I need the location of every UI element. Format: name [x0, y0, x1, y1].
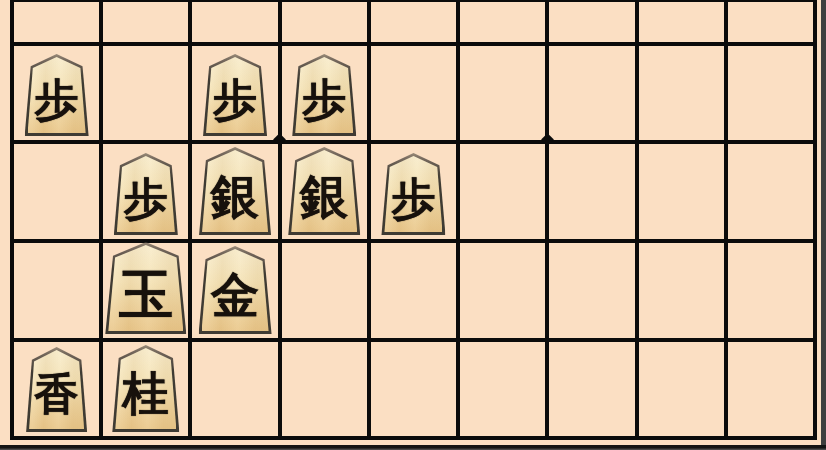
board-square-9h[interactable]: [14, 243, 99, 338]
board-square-9g[interactable]: [14, 144, 99, 239]
piece-pawn-9f[interactable]: 歩: [25, 54, 89, 136]
board-square-7f[interactable]: 歩: [192, 46, 277, 140]
piece-kanji-pawn: 歩: [302, 78, 346, 122]
piece-face: 銀: [291, 150, 357, 232]
board-square-1e[interactable]: [728, 2, 813, 42]
piece-king-8h[interactable]: 玉: [105, 242, 186, 334]
shogi-app-screen: 歩歩歩歩銀銀歩玉金香桂: [0, 0, 826, 450]
piece-kanji-king: 玉: [119, 267, 173, 321]
board-square-8i[interactable]: 桂: [103, 342, 188, 436]
piece-kanji-gold: 金: [211, 271, 259, 319]
piece-kanji-pawn: 歩: [391, 177, 435, 221]
piece-face: 金: [202, 249, 269, 331]
piece-face: 歩: [28, 57, 86, 133]
board-square-8e[interactable]: [103, 2, 188, 42]
piece-silver-6g[interactable]: 銀: [288, 147, 360, 235]
board-square-2f[interactable]: [639, 46, 724, 140]
board-square-7g[interactable]: 銀: [192, 144, 277, 239]
piece-face: 銀: [202, 150, 268, 232]
board-square-9i[interactable]: 香: [14, 342, 99, 436]
board-square-2g[interactable]: [639, 144, 724, 239]
piece-lance-9i[interactable]: 香: [26, 347, 87, 432]
piece-face: 歩: [384, 156, 442, 232]
board-square-3h[interactable]: [549, 243, 634, 338]
piece-face: 玉: [108, 245, 183, 331]
board-square-5f[interactable]: [371, 46, 456, 140]
piece-kanji-lance: 香: [35, 372, 79, 416]
board-square-6e[interactable]: [282, 2, 367, 42]
board-square-9e[interactable]: [14, 2, 99, 42]
board-square-7i[interactable]: [192, 342, 277, 436]
board-square-8g[interactable]: 歩: [103, 144, 188, 239]
piece-face: 歩: [117, 156, 175, 232]
piece-face: 桂: [115, 348, 176, 429]
board-square-6f[interactable]: 歩: [282, 46, 367, 140]
board-square-3i[interactable]: [549, 342, 634, 436]
piece-kanji-pawn: 歩: [124, 177, 168, 221]
window-edge-bottom: [0, 445, 826, 450]
piece-face: 歩: [206, 57, 264, 133]
shogi-board: 歩歩歩歩銀銀歩玉金香桂: [10, 0, 817, 440]
board-square-2h[interactable]: [639, 243, 724, 338]
board-square-1f[interactable]: [728, 46, 813, 140]
piece-kanji-silver: 銀: [300, 172, 348, 220]
board-square-3e[interactable]: [549, 2, 634, 42]
board-square-5i[interactable]: [371, 342, 456, 436]
board-square-8f[interactable]: [103, 46, 188, 140]
piece-kanji-pawn: 歩: [35, 78, 79, 122]
board-square-2e[interactable]: [639, 2, 724, 42]
window-edge-right: [821, 0, 826, 450]
board-square-3f[interactable]: [549, 46, 634, 140]
board-square-5e[interactable]: [371, 2, 456, 42]
board-square-1i[interactable]: [728, 342, 813, 436]
piece-pawn-8g[interactable]: 歩: [114, 153, 178, 235]
board-square-5g[interactable]: 歩: [371, 144, 456, 239]
piece-pawn-7f[interactable]: 歩: [203, 54, 267, 136]
piece-pawn-6f[interactable]: 歩: [292, 54, 356, 136]
board-square-7e[interactable]: [192, 2, 277, 42]
board-square-4i[interactable]: [460, 342, 545, 436]
board-square-7h[interactable]: 金: [192, 243, 277, 338]
piece-kanji-knight: 桂: [123, 370, 169, 416]
piece-knight-8i[interactable]: 桂: [112, 345, 179, 432]
piece-kanji-silver: 銀: [211, 172, 259, 220]
board-square-4g[interactable]: [460, 144, 545, 239]
board-square-6i[interactable]: [282, 342, 367, 436]
board-square-3g[interactable]: [549, 144, 634, 239]
piece-silver-7g[interactable]: 銀: [199, 147, 271, 235]
board-square-6g[interactable]: 銀: [282, 144, 367, 239]
board-square-1h[interactable]: [728, 243, 813, 338]
board-square-2i[interactable]: [639, 342, 724, 436]
board-square-5h[interactable]: [371, 243, 456, 338]
board-square-6h[interactable]: [282, 243, 367, 338]
piece-face: 歩: [295, 57, 353, 133]
board-square-1g[interactable]: [728, 144, 813, 239]
board-square-9f[interactable]: 歩: [14, 46, 99, 140]
board-square-8h[interactable]: 玉: [103, 243, 188, 338]
board-square-4e[interactable]: [460, 2, 545, 42]
board-square-4h[interactable]: [460, 243, 545, 338]
piece-pawn-5g[interactable]: 歩: [381, 153, 445, 235]
piece-gold-7h[interactable]: 金: [199, 246, 272, 334]
board-square-4f[interactable]: [460, 46, 545, 140]
piece-kanji-pawn: 歩: [213, 78, 257, 122]
piece-face: 香: [29, 350, 84, 429]
